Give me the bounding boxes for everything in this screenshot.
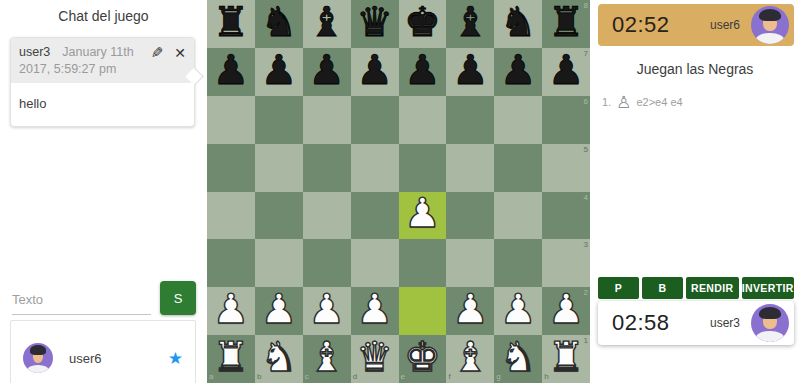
square-h4[interactable]: 4 [542,192,590,240]
coord-rank-3: 3 [584,241,588,249]
turn-status: Juegan las Negras [590,61,800,77]
square-a4[interactable] [207,192,255,240]
square-f7[interactable]: ♟ [446,48,494,96]
square-f5[interactable] [446,144,494,192]
piece-white-pawn: ♟ [356,289,393,330]
action-buttons: P B RENDIR INVERTIR [598,277,794,299]
avatar [751,6,789,44]
square-b2[interactable]: ♟ [255,287,303,335]
square-f2[interactable]: ♟ [446,287,494,335]
flip-board-button[interactable]: INVERTIR [742,277,795,299]
square-e4[interactable]: ♟ [399,192,447,240]
square-d8[interactable]: ♛ [351,0,399,48]
square-a1[interactable]: ♜a [207,335,255,383]
coord-rank-8: 8 [584,2,588,10]
piece-white-rook: ♜ [548,337,585,378]
square-f3[interactable] [446,239,494,287]
piece-white-pawn: ♟ [500,289,537,330]
chat-panel: Chat del juego user3January 11th 2017, 5… [0,0,207,383]
chess-board[interactable]: ♜♞♝♛♚♝♞♜8♟♟♟♟♟♟♟♟765♟43♟♟♟♟♟♟♟2♜a♞b♝c♛d♚… [207,0,590,383]
square-g3[interactable] [494,239,542,287]
square-c2[interactable]: ♟ [303,287,351,335]
square-d7[interactable]: ♟ [351,48,399,96]
coord-rank-6: 6 [584,98,588,106]
square-f8[interactable]: ♝ [446,0,494,48]
piece-white-queen: ♛ [356,337,393,378]
piece-white-king: ♚ [404,337,441,378]
square-c5[interactable] [303,144,351,192]
piece-black-bishop: ♝ [452,2,489,43]
chat-message-author: user3 [19,45,50,59]
square-g5[interactable] [494,144,542,192]
move-list: 1. ♙ e2>e4 e4 [602,92,800,112]
coord-file-b: b [257,373,261,381]
square-e1[interactable]: ♚e [399,335,447,383]
square-h5[interactable]: 5 [542,144,590,192]
square-c7[interactable]: ♟ [303,48,351,96]
square-b6[interactable] [255,96,303,144]
coord-file-g: g [496,373,500,381]
square-a6[interactable] [207,96,255,144]
bishop-promotion-button[interactable]: B [642,277,683,299]
piece-black-pawn: ♟ [308,50,345,91]
piece-black-pawn: ♟ [548,50,585,91]
edit-icon[interactable]: ✎ [151,44,164,62]
square-e3[interactable] [399,239,447,287]
resign-button[interactable]: RENDIR [686,277,739,299]
piece-black-rook: ♜ [548,2,585,43]
coord-rank-5: 5 [584,146,588,154]
chat-message-input[interactable] [12,284,151,315]
coord-file-d: d [353,373,357,381]
square-h7[interactable]: ♟7 [542,48,590,96]
chess-app: Chat del juego user3January 11th 2017, 5… [0,0,800,383]
coord-rank-2: 2 [584,289,588,297]
chat-title: Chat del juego [0,0,207,24]
piece-black-knight: ♞ [500,2,537,43]
square-g1[interactable]: ♞g [494,335,542,383]
piece-white-knight: ♞ [260,337,297,378]
chat-input-row: S [12,281,196,315]
chat-message-header: user3January 11th 2017, 5:59:27 pm ✎ ✕ [11,38,194,83]
square-e6[interactable] [399,96,447,144]
coord-rank-7: 7 [584,50,588,58]
piece-black-pawn: ♟ [500,50,537,91]
square-h6[interactable]: 6 [542,96,590,144]
square-b7[interactable]: ♟ [255,48,303,96]
piece-black-pawn: ♟ [260,50,297,91]
square-d2[interactable]: ♟ [351,287,399,335]
opponent-clock-time: 02:52 [612,12,670,38]
square-c1[interactable]: ♝c [303,335,351,383]
square-d3[interactable] [351,239,399,287]
square-g7[interactable]: ♟ [494,48,542,96]
square-h1[interactable]: ♜h1 [542,335,590,383]
opponent-clock-card: 02:52 user6 [598,4,794,46]
piece-black-pawn: ♟ [404,50,441,91]
piece-white-rook: ♜ [213,337,250,378]
square-f6[interactable] [446,96,494,144]
pawn-promotion-button[interactable]: P [598,277,639,299]
piece-white-pawn: ♟ [548,289,585,330]
square-b5[interactable] [255,144,303,192]
participant-name: user6 [69,351,102,366]
piece-black-knight: ♞ [260,2,297,43]
square-e7[interactable]: ♟ [399,48,447,96]
square-g6[interactable] [494,96,542,144]
piece-white-bishop: ♝ [452,337,489,378]
square-f4[interactable] [446,192,494,240]
avatar [23,343,53,373]
player-clock-card: 02:58 user3 [598,301,794,345]
piece-white-pawn: ♟ [213,289,250,330]
player-clock-time: 02:58 [612,310,670,336]
square-a3[interactable] [207,239,255,287]
piece-white-knight: ♞ [500,337,537,378]
white-pawn-icon: ♙ [616,92,631,112]
square-g8[interactable]: ♞ [494,0,542,48]
piece-white-pawn: ♟ [452,289,489,330]
square-g4[interactable] [494,192,542,240]
chat-message-bubble: user3January 11th 2017, 5:59:27 pm ✎ ✕ h… [10,37,195,127]
chat-message-text: hello [11,83,194,126]
send-button[interactable]: S [160,281,196,315]
piece-black-bishop: ♝ [308,2,345,43]
square-b1[interactable]: ♞b [255,335,303,383]
square-d1[interactable]: ♛d [351,335,399,383]
square-c4[interactable] [303,192,351,240]
square-e8[interactable]: ♚ [399,0,447,48]
coord-rank-1: 1 [584,337,588,345]
square-h2[interactable]: ♟2 [542,287,590,335]
square-a5[interactable] [207,144,255,192]
star-icon[interactable]: ★ [168,348,183,369]
square-d6[interactable] [351,96,399,144]
piece-black-king: ♚ [404,2,441,43]
move-number: 1. [602,96,611,108]
square-a2[interactable]: ♟ [207,287,255,335]
piece-black-rook: ♜ [213,2,250,43]
square-f1[interactable]: ♝f [446,335,494,383]
square-a8[interactable]: ♜ [207,0,255,48]
coord-file-c: c [305,373,309,381]
square-b3[interactable] [255,239,303,287]
piece-black-queen: ♛ [356,2,393,43]
square-b4[interactable] [255,192,303,240]
close-icon[interactable]: ✕ [174,45,186,61]
square-e5[interactable] [399,144,447,192]
piece-white-bishop: ♝ [308,337,345,378]
piece-black-pawn: ♟ [452,50,489,91]
square-a7[interactable]: ♟ [207,48,255,96]
square-c3[interactable] [303,239,351,287]
square-c6[interactable] [303,96,351,144]
opponent-name: user6 [710,18,740,32]
square-b8[interactable]: ♞ [255,0,303,48]
square-h8[interactable]: ♜8 [542,0,590,48]
piece-white-pawn: ♟ [404,193,441,234]
square-d5[interactable] [351,144,399,192]
square-h3[interactable]: 3 [542,239,590,287]
player-name: user3 [710,316,740,330]
piece-black-pawn: ♟ [213,50,250,91]
coord-file-e: e [401,373,405,381]
square-d4[interactable] [351,192,399,240]
coord-file-h: h [544,373,548,381]
piece-black-pawn: ♟ [356,50,393,91]
participant-card: user6 ★ [10,320,196,383]
coord-rank-4: 4 [584,194,588,202]
square-g2[interactable]: ♟ [494,287,542,335]
game-panel: 02:52 user6 Juegan las Negras 1. ♙ e2>e4… [590,0,800,383]
square-e2[interactable] [399,287,447,335]
square-c8[interactable]: ♝ [303,0,351,48]
piece-white-pawn: ♟ [260,289,297,330]
coord-file-f: f [448,373,450,381]
avatar [751,304,789,342]
piece-white-pawn: ♟ [308,289,345,330]
coord-file-a: a [209,373,213,381]
move-text[interactable]: e2>e4 e4 [636,96,682,108]
